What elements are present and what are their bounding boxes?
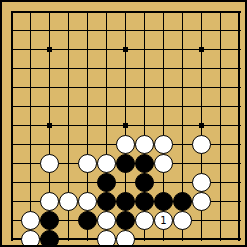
- white-stone: [21, 211, 40, 230]
- board-cell[interactable]: [59, 21, 78, 40]
- board-cell[interactable]: [78, 192, 97, 211]
- board-cell[interactable]: [116, 116, 135, 135]
- board-cell[interactable]: [2, 135, 21, 154]
- board-cell[interactable]: [230, 192, 247, 211]
- board-cell[interactable]: [97, 211, 116, 230]
- board-cell[interactable]: [154, 230, 173, 247]
- white-stone: [192, 192, 211, 211]
- board-cell[interactable]: [173, 211, 192, 230]
- board-cell[interactable]: [97, 116, 116, 135]
- star-point: [123, 47, 128, 52]
- white-stone: [154, 154, 173, 173]
- board-cell[interactable]: [173, 173, 192, 192]
- board-cell[interactable]: [173, 2, 192, 21]
- white-stone: [192, 173, 211, 192]
- board-cell[interactable]: [97, 135, 116, 154]
- board-cell[interactable]: [59, 2, 78, 21]
- black-stone: [78, 211, 97, 230]
- board-cell[interactable]: [173, 21, 192, 40]
- board-cell[interactable]: [116, 97, 135, 116]
- board-cell[interactable]: [97, 40, 116, 59]
- board-cell[interactable]: [59, 59, 78, 78]
- white-stone: [135, 135, 154, 154]
- board-cell[interactable]: [78, 21, 97, 40]
- board-cell[interactable]: [59, 230, 78, 247]
- board-cell[interactable]: [230, 173, 247, 192]
- board-cell[interactable]: [97, 78, 116, 97]
- board-cell[interactable]: [116, 192, 135, 211]
- board-cell[interactable]: [2, 230, 21, 247]
- board-cell[interactable]: [116, 2, 135, 21]
- board-cell[interactable]: [230, 154, 247, 173]
- board-cell[interactable]: [78, 116, 97, 135]
- board-cell[interactable]: [40, 21, 59, 40]
- board-cell[interactable]: [192, 211, 211, 230]
- star-point: [199, 47, 204, 52]
- board-cell[interactable]: [2, 97, 21, 116]
- board-cell[interactable]: [154, 2, 173, 21]
- board-cell[interactable]: [116, 40, 135, 59]
- board-cell[interactable]: [2, 78, 21, 97]
- white-stone: [40, 154, 59, 173]
- board-cell[interactable]: [21, 40, 40, 59]
- star-point: [47, 47, 52, 52]
- board-cell[interactable]: [116, 135, 135, 154]
- board-cell[interactable]: [78, 97, 97, 116]
- board-cell[interactable]: [135, 59, 154, 78]
- white-stone: [135, 211, 154, 230]
- board-cell[interactable]: [97, 173, 116, 192]
- board-cell[interactable]: [59, 135, 78, 154]
- white-stone: [97, 211, 116, 230]
- board-cell[interactable]: [97, 230, 116, 247]
- board-cell[interactable]: [135, 97, 154, 116]
- board-cell[interactable]: [192, 135, 211, 154]
- board-cell[interactable]: [78, 135, 97, 154]
- board-cell[interactable]: [192, 2, 211, 21]
- white-stone: [116, 230, 135, 247]
- board-cell[interactable]: [135, 2, 154, 21]
- board-cell[interactable]: [230, 97, 247, 116]
- board-cell[interactable]: [192, 192, 211, 211]
- white-stone: [173, 211, 192, 230]
- board-cell[interactable]: [211, 40, 230, 59]
- board-cell[interactable]: [40, 173, 59, 192]
- board-cell[interactable]: [192, 154, 211, 173]
- board-cell[interactable]: [59, 211, 78, 230]
- board-cell[interactable]: [154, 154, 173, 173]
- board-cell[interactable]: [40, 116, 59, 135]
- board-cell[interactable]: [173, 154, 192, 173]
- board-cell[interactable]: [154, 135, 173, 154]
- board-cell[interactable]: [59, 97, 78, 116]
- board-cell[interactable]: [154, 21, 173, 40]
- board-cell[interactable]: [21, 78, 40, 97]
- black-stone: [116, 192, 135, 211]
- board-cell[interactable]: [192, 21, 211, 40]
- board-cell[interactable]: [154, 116, 173, 135]
- board-cell[interactable]: [21, 192, 40, 211]
- board-cell[interactable]: [173, 97, 192, 116]
- white-stone: [192, 135, 211, 154]
- board-cell[interactable]: [2, 40, 21, 59]
- board-cell[interactable]: [78, 173, 97, 192]
- white-stone: [78, 192, 97, 211]
- board-cell[interactable]: [21, 21, 40, 40]
- board-cell[interactable]: [116, 21, 135, 40]
- board-cell[interactable]: [173, 116, 192, 135]
- board-cell[interactable]: [21, 173, 40, 192]
- board-cell[interactable]: [135, 40, 154, 59]
- board-cell[interactable]: [173, 230, 192, 247]
- board-cell[interactable]: [154, 97, 173, 116]
- board-cell[interactable]: [59, 192, 78, 211]
- board-cell[interactable]: [230, 135, 247, 154]
- board-cell[interactable]: [2, 173, 21, 192]
- board-cell[interactable]: [116, 59, 135, 78]
- black-stone: [97, 192, 116, 211]
- white-stone: [59, 192, 78, 211]
- board-cell[interactable]: [59, 40, 78, 59]
- board-cell[interactable]: [192, 97, 211, 116]
- board-cell[interactable]: [230, 21, 247, 40]
- white-stone: [116, 135, 135, 154]
- board-cell[interactable]: [78, 2, 97, 21]
- board-cell[interactable]: [2, 59, 21, 78]
- board-cell[interactable]: [211, 116, 230, 135]
- board-cell[interactable]: [211, 2, 230, 21]
- board-cell[interactable]: [211, 59, 230, 78]
- board-cell[interactable]: [116, 230, 135, 247]
- board-cell[interactable]: [135, 78, 154, 97]
- board-cell[interactable]: [40, 97, 59, 116]
- board-cell[interactable]: [21, 2, 40, 21]
- board-cell[interactable]: [192, 59, 211, 78]
- board-cell[interactable]: [78, 154, 97, 173]
- board-cell[interactable]: 1: [154, 211, 173, 230]
- white-stone: [78, 154, 97, 173]
- board-cell[interactable]: [78, 40, 97, 59]
- board-cell[interactable]: [192, 78, 211, 97]
- board-cell[interactable]: [154, 192, 173, 211]
- black-stone: [135, 154, 154, 173]
- board-cell[interactable]: [40, 230, 59, 247]
- board-cell[interactable]: [211, 154, 230, 173]
- board-cell[interactable]: [154, 40, 173, 59]
- board-cell[interactable]: [59, 173, 78, 192]
- black-stone: [135, 192, 154, 211]
- board-cell[interactable]: [154, 59, 173, 78]
- star-point: [199, 123, 204, 128]
- board-cell[interactable]: [173, 135, 192, 154]
- board-cell[interactable]: [21, 154, 40, 173]
- board-cell[interactable]: [135, 116, 154, 135]
- black-stone: [97, 173, 116, 192]
- board-cell[interactable]: [21, 211, 40, 230]
- board-cell[interactable]: [135, 211, 154, 230]
- board-cell[interactable]: [116, 211, 135, 230]
- star-point: [47, 123, 52, 128]
- black-stone: [116, 211, 135, 230]
- black-stone: [116, 154, 135, 173]
- board-cell[interactable]: [78, 211, 97, 230]
- board-cell[interactable]: [135, 230, 154, 247]
- board-cell[interactable]: [21, 97, 40, 116]
- go-board: 1: [2, 2, 247, 247]
- star-point: [123, 123, 128, 128]
- board-cell[interactable]: [211, 173, 230, 192]
- board-cell[interactable]: [97, 97, 116, 116]
- board-cell[interactable]: [40, 154, 59, 173]
- board-cell[interactable]: [21, 230, 40, 247]
- white-stone: 1: [154, 211, 173, 230]
- board-cell[interactable]: [211, 97, 230, 116]
- board-cell[interactable]: [230, 230, 247, 247]
- board-cell[interactable]: [40, 135, 59, 154]
- board-cell[interactable]: [116, 154, 135, 173]
- board-cell[interactable]: [97, 154, 116, 173]
- board-cell[interactable]: [97, 21, 116, 40]
- board-cell[interactable]: [40, 59, 59, 78]
- board-cell[interactable]: [78, 59, 97, 78]
- board-cell[interactable]: [230, 78, 247, 97]
- board-cell[interactable]: [21, 135, 40, 154]
- board-cell[interactable]: [21, 59, 40, 78]
- board-cell[interactable]: [173, 78, 192, 97]
- board-cell[interactable]: [154, 173, 173, 192]
- board-cell[interactable]: [230, 2, 247, 21]
- white-stone: [154, 135, 173, 154]
- board-cell[interactable]: [40, 2, 59, 21]
- board-cell[interactable]: [116, 173, 135, 192]
- board-cell[interactable]: [135, 192, 154, 211]
- board-cell[interactable]: [230, 59, 247, 78]
- board-cell[interactable]: [21, 116, 40, 135]
- board-cell[interactable]: [59, 116, 78, 135]
- board-cell[interactable]: [97, 59, 116, 78]
- board-cell[interactable]: [135, 135, 154, 154]
- board-cell[interactable]: [154, 78, 173, 97]
- board-cell[interactable]: [116, 78, 135, 97]
- black-stone: [40, 211, 59, 230]
- board-cell[interactable]: [78, 78, 97, 97]
- board-cell[interactable]: [97, 2, 116, 21]
- black-stone: [173, 192, 192, 211]
- board-cell[interactable]: [192, 40, 211, 59]
- board-cell[interactable]: [192, 230, 211, 247]
- black-stone: [40, 230, 59, 247]
- board-cell[interactable]: [211, 135, 230, 154]
- board-cell[interactable]: [2, 154, 21, 173]
- board-cell[interactable]: [40, 78, 59, 97]
- board-cell[interactable]: [211, 78, 230, 97]
- board-cell[interactable]: [40, 211, 59, 230]
- black-stone: [135, 173, 154, 192]
- board-cell[interactable]: [135, 154, 154, 173]
- board-cell[interactable]: [192, 173, 211, 192]
- go-diagram: 1: [0, 0, 247, 247]
- board-cell[interactable]: [59, 78, 78, 97]
- white-stone: [97, 230, 116, 247]
- board-cell[interactable]: [40, 192, 59, 211]
- board-cell[interactable]: [2, 116, 21, 135]
- stone-move-number: 1: [160, 216, 166, 226]
- board-cell[interactable]: [40, 40, 59, 59]
- board-cell[interactable]: [97, 192, 116, 211]
- board-cell[interactable]: [173, 59, 192, 78]
- board-cell[interactable]: [173, 192, 192, 211]
- board-cell[interactable]: [173, 40, 192, 59]
- board-cell[interactable]: [211, 230, 230, 247]
- board-cell[interactable]: [211, 211, 230, 230]
- board-cell[interactable]: [230, 211, 247, 230]
- white-stone: [97, 154, 116, 173]
- white-stone: [40, 192, 59, 211]
- board-cell[interactable]: [2, 192, 21, 211]
- black-stone: [154, 192, 173, 211]
- board-cell[interactable]: [2, 211, 21, 230]
- board-cell[interactable]: [135, 21, 154, 40]
- board-cell[interactable]: [135, 173, 154, 192]
- board-cell[interactable]: [211, 21, 230, 40]
- white-stone: [21, 230, 40, 247]
- board-cell[interactable]: [59, 154, 78, 173]
- board-cell[interactable]: [211, 192, 230, 211]
- board-cell[interactable]: [2, 2, 21, 21]
- board-cell[interactable]: [2, 21, 21, 40]
- board-cell[interactable]: [230, 116, 247, 135]
- board-cell[interactable]: [192, 116, 211, 135]
- board-cell[interactable]: [230, 40, 247, 59]
- board-cell[interactable]: [78, 230, 97, 247]
